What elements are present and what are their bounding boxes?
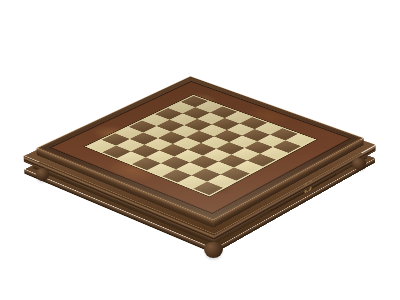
product-photo-scene xyxy=(0,0,400,300)
chess-cabinet xyxy=(37,76,364,220)
perspective-container xyxy=(0,0,400,300)
